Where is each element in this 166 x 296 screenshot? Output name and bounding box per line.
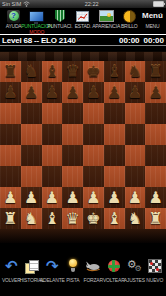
- square-g7[interactable]: ♟: [125, 82, 146, 103]
- piece-black-pawn: ♟: [3, 82, 17, 103]
- square-b6[interactable]: [21, 103, 42, 124]
- new-game-button[interactable]: NUEVO: [145, 258, 166, 283]
- piece-white-knight: ♞: [24, 208, 38, 229]
- square-g3[interactable]: [125, 166, 146, 187]
- square-g8[interactable]: ♞: [125, 61, 146, 82]
- menu-label: MENU: [145, 24, 159, 30]
- black-clock: 00:00: [144, 36, 164, 45]
- square-d8[interactable]: ♛: [62, 61, 83, 82]
- carrier-label: Sin SIM: [2, 1, 21, 7]
- piece-black-bishop: ♝: [45, 61, 59, 82]
- square-e2[interactable]: ♟: [83, 187, 104, 208]
- appearance-label: APARIENCIA: [92, 24, 120, 30]
- square-g4[interactable]: [125, 145, 146, 166]
- square-e3[interactable]: [83, 166, 104, 187]
- redo-arrow-icon: ↷: [46, 259, 59, 274]
- square-e6[interactable]: [83, 103, 104, 124]
- square-b2[interactable]: ♟: [21, 187, 42, 208]
- piece-white-pawn: ♟: [128, 187, 142, 208]
- square-f6[interactable]: [104, 103, 125, 124]
- settings-gears-icon: ⚙ ⚙: [127, 259, 142, 273]
- piece-black-rook: ♜: [3, 61, 17, 82]
- square-h3[interactable]: [145, 166, 166, 187]
- appearance-button[interactable]: APARIENCIA: [95, 9, 118, 30]
- square-h1[interactable]: ♜: [145, 208, 166, 229]
- rating-button[interactable]: PUNTUACI.: [48, 9, 71, 30]
- piece-black-pawn: ♟: [65, 82, 79, 103]
- board-back-edge: [0, 51, 166, 61]
- square-b4[interactable]: [21, 145, 42, 166]
- board-front-edge: [0, 229, 166, 243]
- square-b7[interactable]: ♟: [21, 82, 42, 103]
- square-h6[interactable]: [145, 103, 166, 124]
- square-e4[interactable]: [83, 145, 104, 166]
- piece-black-pawn: ♟: [86, 82, 100, 103]
- rating-label: PUNTUACI.: [47, 24, 72, 30]
- square-d7[interactable]: ♟: [62, 82, 83, 103]
- square-f4[interactable]: [104, 145, 125, 166]
- hint-button[interactable]: PISTA: [63, 258, 84, 283]
- flip-board-button[interactable]: VOLTEAR: [104, 258, 125, 283]
- piece-white-queen: ♛: [65, 208, 79, 229]
- square-e1[interactable]: ♚: [83, 208, 104, 229]
- score-mode-button[interactable]: PUNTUACIONMODO: [25, 9, 48, 35]
- brightness-label: BRILLO: [121, 24, 138, 30]
- monitor-icon: [29, 11, 44, 22]
- clock-time: 22:22: [85, 1, 99, 7]
- square-f2[interactable]: ♟: [104, 187, 125, 208]
- piece-white-pawn: ♟: [65, 187, 79, 208]
- square-d1[interactable]: ♛: [62, 208, 83, 229]
- piece-black-rook: ♜: [148, 61, 162, 82]
- hint-lightbulb-icon: [68, 259, 77, 273]
- piece-white-rook: ♜: [3, 208, 17, 229]
- force-move-label: FORZAR: [84, 277, 103, 283]
- help-label: AYUDA: [6, 24, 22, 30]
- piece-black-pawn: ♟: [128, 82, 142, 103]
- piece-white-king: ♚: [86, 208, 100, 229]
- piece-white-knight: ♞: [128, 208, 142, 229]
- square-d3[interactable]: [62, 166, 83, 187]
- square-c5[interactable]: [42, 124, 63, 145]
- piece-white-pawn: ♟: [107, 187, 121, 208]
- top-toolbar: ? AYUDA PUNTUACIONMODO PUNTUACI. ESTAD.: [0, 8, 166, 34]
- square-a6[interactable]: [0, 103, 21, 124]
- square-c4[interactable]: [42, 145, 63, 166]
- chess-app-window: Sin SIM 22:22 ? AYUDA PUNTUACIONMODO: [0, 0, 166, 296]
- piece-black-bishop: ♝: [107, 61, 121, 82]
- piece-white-pawn: ♟: [86, 187, 100, 208]
- undo-label: VOLVER: [2, 277, 21, 283]
- menu-button[interactable]: Menú MENU: [141, 9, 164, 30]
- move-list-icon: [25, 260, 38, 273]
- square-h5[interactable]: [145, 124, 166, 145]
- help-icon: ?: [7, 10, 20, 23]
- piece-black-pawn: ♟: [45, 82, 59, 103]
- square-a3[interactable]: [0, 166, 21, 187]
- piece-black-pawn: ♟: [24, 82, 38, 103]
- square-b3[interactable]: [21, 166, 42, 187]
- square-c8[interactable]: ♝: [42, 61, 63, 82]
- flip-board-label: VOLTEAR: [103, 277, 125, 283]
- square-c6[interactable]: [42, 103, 63, 124]
- settings-label: AJUSTES: [124, 277, 145, 283]
- square-h4[interactable]: [145, 145, 166, 166]
- shield-icon: [55, 10, 65, 22]
- wifi-icon: [23, 1, 30, 8]
- level-elo-label: Level 68 -- ELO 2140: [2, 36, 76, 45]
- hint-label: PISTA: [66, 277, 79, 283]
- square-d5[interactable]: [62, 124, 83, 145]
- square-a7[interactable]: ♟: [0, 82, 21, 103]
- square-a5[interactable]: [0, 124, 21, 145]
- square-a2[interactable]: ♟: [0, 187, 21, 208]
- undo-arrow-icon: ↶: [5, 259, 18, 274]
- square-d4[interactable]: [62, 145, 83, 166]
- square-a8[interactable]: ♜: [0, 61, 21, 82]
- stats-button[interactable]: ESTAD.: [71, 9, 94, 30]
- stats-label: ESTAD.: [75, 24, 92, 30]
- brightness-icon: [123, 10, 136, 23]
- square-c7[interactable]: ♟: [42, 82, 63, 103]
- undo-button[interactable]: ↶ VOLVER: [1, 258, 22, 283]
- info-bar: Level 68 -- ELO 2140 00:00 00:00: [0, 34, 166, 46]
- square-a4[interactable]: [0, 145, 21, 166]
- piece-white-pawn: ♟: [3, 187, 17, 208]
- stats-chart-icon: [76, 9, 89, 23]
- piece-black-knight: ♞: [24, 61, 38, 82]
- square-c1[interactable]: ♝: [42, 208, 63, 229]
- status-bar: Sin SIM 22:22: [0, 0, 166, 8]
- force-move-button[interactable]: FORZAR: [83, 258, 104, 283]
- square-e7[interactable]: ♟: [83, 82, 104, 103]
- square-g6[interactable]: [125, 103, 146, 124]
- force-move-rabbit-icon: [85, 258, 101, 275]
- battery-icon: [153, 1, 164, 7]
- redo-button[interactable]: ↷ ADELANTE: [42, 258, 63, 283]
- square-d6[interactable]: [62, 103, 83, 124]
- square-g5[interactable]: [125, 124, 146, 145]
- square-h8[interactable]: ♜: [145, 61, 166, 82]
- square-f5[interactable]: [104, 124, 125, 145]
- piece-black-queen: ♛: [65, 61, 79, 82]
- chess-board: ♜♞♝♛♚♝♞♜♟♟♟♟♟♟♟♟♟♟♟♟♟♟♟♟♜♞♝♛♚♝♞♜: [0, 61, 166, 229]
- square-a1[interactable]: ♜: [0, 208, 21, 229]
- game-clocks: 00:00 00:00: [119, 36, 164, 45]
- square-e5[interactable]: [83, 124, 104, 145]
- flip-board-icon: [108, 260, 120, 272]
- picture-icon: [99, 10, 114, 22]
- square-g1[interactable]: ♞: [125, 208, 146, 229]
- piece-black-pawn: ♟: [148, 82, 162, 103]
- square-b5[interactable]: [21, 124, 42, 145]
- square-c3[interactable]: [42, 166, 63, 187]
- piece-black-pawn: ♟: [107, 82, 121, 103]
- square-h2[interactable]: ♟: [145, 187, 166, 208]
- square-f1[interactable]: ♝: [104, 208, 125, 229]
- white-clock: 00:00: [119, 36, 139, 45]
- piece-white-pawn: ♟: [148, 187, 162, 208]
- piece-black-knight: ♞: [128, 61, 142, 82]
- square-b8[interactable]: ♞: [21, 61, 42, 82]
- piece-white-pawn: ♟: [24, 187, 38, 208]
- new-game-label: NUEVO: [146, 277, 163, 283]
- square-h7[interactable]: ♟: [145, 82, 166, 103]
- square-d2[interactable]: ♟: [62, 187, 83, 208]
- square-g2[interactable]: ♟: [125, 187, 146, 208]
- redo-label: ADELANTE: [40, 277, 65, 283]
- bottom-toolbar: ↶ VOLVER HISTORIAL ↷ ADELANTE PISTA: [0, 243, 166, 296]
- piece-white-rook: ♜: [148, 208, 162, 229]
- settings-button[interactable]: ⚙ ⚙ AJUSTES: [124, 258, 145, 283]
- square-c2[interactable]: ♟: [42, 187, 63, 208]
- square-f3[interactable]: [104, 166, 125, 187]
- square-e8[interactable]: ♚: [83, 61, 104, 82]
- piece-black-king: ♚: [86, 61, 100, 82]
- square-f8[interactable]: ♝: [104, 61, 125, 82]
- piece-white-bishop: ♝: [45, 208, 59, 229]
- square-f7[interactable]: ♟: [104, 82, 125, 103]
- square-b1[interactable]: ♞: [21, 208, 42, 229]
- new-game-board-icon: [148, 259, 162, 273]
- brightness-button[interactable]: BRILLO: [118, 9, 141, 30]
- piece-white-pawn: ♟: [45, 187, 59, 208]
- menu-text: Menú: [142, 9, 163, 23]
- piece-white-bishop: ♝: [107, 208, 121, 229]
